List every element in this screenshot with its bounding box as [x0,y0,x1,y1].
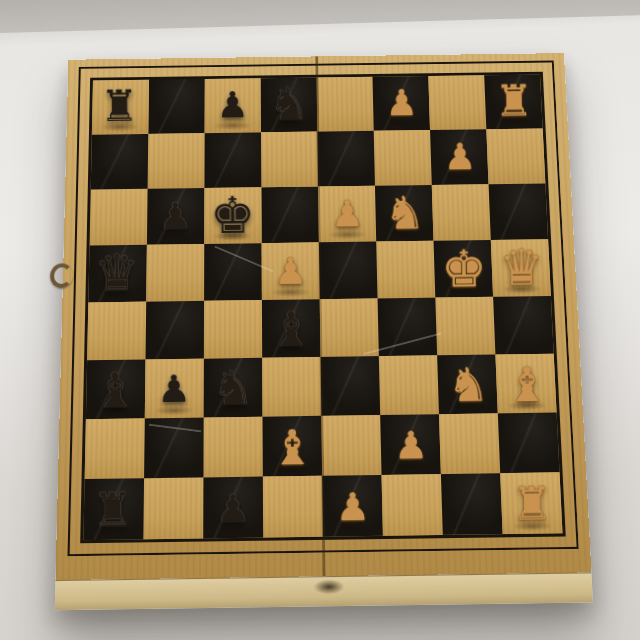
piece-black-bishop-f8[interactable]: ♝ [85,360,145,420]
square-e1[interactable] [493,296,554,355]
seam-notch [313,579,344,595]
photo-scene: ♜♟♞♟♜♟♟♚♟♞♛♟♚♛♝♝♟♞♞♝♝♟♜♟♟♜ [36,14,604,626]
square-g8[interactable] [85,418,145,479]
piece-white-rook-h1[interactable]: ♜ [502,474,563,535]
square-h7[interactable] [143,477,203,539]
square-a3[interactable]: ♟ [372,76,430,131]
square-d4[interactable] [319,242,378,300]
box-side [55,572,593,610]
square-e3[interactable] [378,298,438,357]
square-a4[interactable] [317,77,374,132]
square-a5[interactable]: ♞ [261,78,318,133]
square-b5[interactable] [261,132,318,188]
square-d5[interactable]: ♟ [262,242,320,300]
square-g6[interactable] [203,417,262,478]
square-g4[interactable] [321,415,381,476]
square-g7[interactable] [144,417,204,478]
piece-black-rook-h8[interactable]: ♜ [82,480,143,541]
square-e2[interactable] [435,297,495,356]
square-g1[interactable] [498,413,560,474]
square-a7[interactable] [148,79,205,134]
square-f4[interactable] [321,356,381,416]
piece-white-pawn-c4[interactable]: ♟ [318,184,376,242]
square-e4[interactable] [320,298,379,357]
piece-white-knight-c3[interactable]: ♞ [375,184,433,242]
piece-black-pawn-a6[interactable]: ♟ [204,76,261,133]
square-c7[interactable]: ♟ [147,188,205,245]
square-c8[interactable] [90,189,148,246]
piece-white-bishop-g5[interactable]: ♝ [262,417,322,477]
square-d6[interactable] [204,243,262,301]
square-d2[interactable]: ♚ [434,240,494,298]
piece-black-rook-a8[interactable]: ♜ [91,78,148,135]
square-a2[interactable] [428,75,486,130]
square-f8[interactable]: ♝ [86,359,146,419]
square-e5[interactable]: ♝ [262,299,321,358]
piece-white-queen-d1[interactable]: ♛ [492,238,551,297]
piece-black-bishop-e5[interactable]: ♝ [261,299,320,358]
square-b2[interactable]: ♟ [430,129,489,185]
square-e7[interactable] [146,301,205,360]
square-h4[interactable]: ♟ [322,475,383,537]
square-c6[interactable]: ♚ [204,187,261,244]
piece-white-bishop-f1[interactable]: ♝ [497,354,557,414]
piece-white-pawn-b2[interactable]: ♟ [431,128,489,186]
piece-black-knight-a5[interactable]: ♞ [260,75,317,132]
square-c5[interactable] [261,187,319,244]
piece-white-pawn-d5[interactable]: ♟ [261,242,320,301]
piece-black-pawn-c7[interactable]: ♟ [146,187,204,245]
piece-black-knight-f6[interactable]: ♞ [203,358,263,418]
piece-black-king-c6[interactable]: ♚ [203,186,261,244]
piece-white-pawn-g3[interactable]: ♟ [381,415,441,475]
square-a8[interactable]: ♜ [92,80,149,135]
square-b8[interactable] [91,134,149,190]
clasp-hook-icon [50,263,73,288]
square-f3[interactable] [379,355,439,415]
square-c3[interactable]: ♞ [375,185,434,242]
square-d1[interactable]: ♛ [491,239,551,297]
square-b7[interactable] [148,133,205,189]
square-h3[interactable] [382,474,443,536]
piece-black-pawn-f7[interactable]: ♟ [144,359,204,419]
square-d8[interactable]: ♛ [88,245,147,303]
square-d7[interactable] [146,244,204,302]
board-grid: ♜♟♞♟♜♟♟♚♟♞♛♟♚♛♝♝♟♞♞♝♝♟♜♟♟♜ [80,72,566,544]
piece-white-pawn-h4[interactable]: ♟ [322,476,383,537]
board-frame: ♜♟♞♟♜♟♟♚♟♞♛♟♚♛♝♝♟♞♞♝♝♟♜♟♟♜ [56,53,592,580]
square-h1[interactable]: ♜ [500,472,562,534]
square-a6[interactable]: ♟ [205,78,261,133]
square-b3[interactable] [374,130,432,186]
square-e8[interactable] [87,302,146,361]
piece-black-queen-d8[interactable]: ♛ [87,244,146,303]
square-d3[interactable] [376,241,435,299]
piece-white-pawn-a3[interactable]: ♟ [373,74,430,131]
square-c1[interactable] [489,183,549,240]
chess-board: ♜♟♞♟♜♟♟♚♟♞♛♟♚♛♝♝♟♞♞♝♝♟♜♟♟♜ [55,53,593,610]
square-c4[interactable]: ♟ [318,186,376,243]
square-b4[interactable] [317,131,375,187]
square-h6[interactable]: ♟ [203,477,263,539]
square-f2[interactable]: ♞ [437,355,498,415]
square-b6[interactable] [204,132,261,188]
square-e6[interactable] [204,300,262,359]
square-h2[interactable] [441,473,503,535]
square-f7[interactable]: ♟ [145,359,204,419]
square-b1[interactable] [486,129,545,185]
square-f5[interactable] [262,357,321,417]
square-f6[interactable]: ♞ [204,358,263,418]
piece-white-rook-a1[interactable]: ♜ [486,72,543,129]
square-a1[interactable]: ♜ [484,75,542,130]
square-g5[interactable]: ♝ [263,416,323,477]
square-f1[interactable]: ♝ [495,354,556,414]
square-h8[interactable]: ♜ [83,478,144,540]
piece-black-pawn-h6[interactable]: ♟ [202,478,263,539]
piece-white-king-d2[interactable]: ♚ [435,239,494,298]
piece-white-knight-f2[interactable]: ♞ [438,355,498,415]
square-h5[interactable] [263,476,323,538]
square-c2[interactable] [432,184,491,241]
square-g3[interactable]: ♟ [380,414,441,475]
square-g2[interactable] [439,413,500,474]
